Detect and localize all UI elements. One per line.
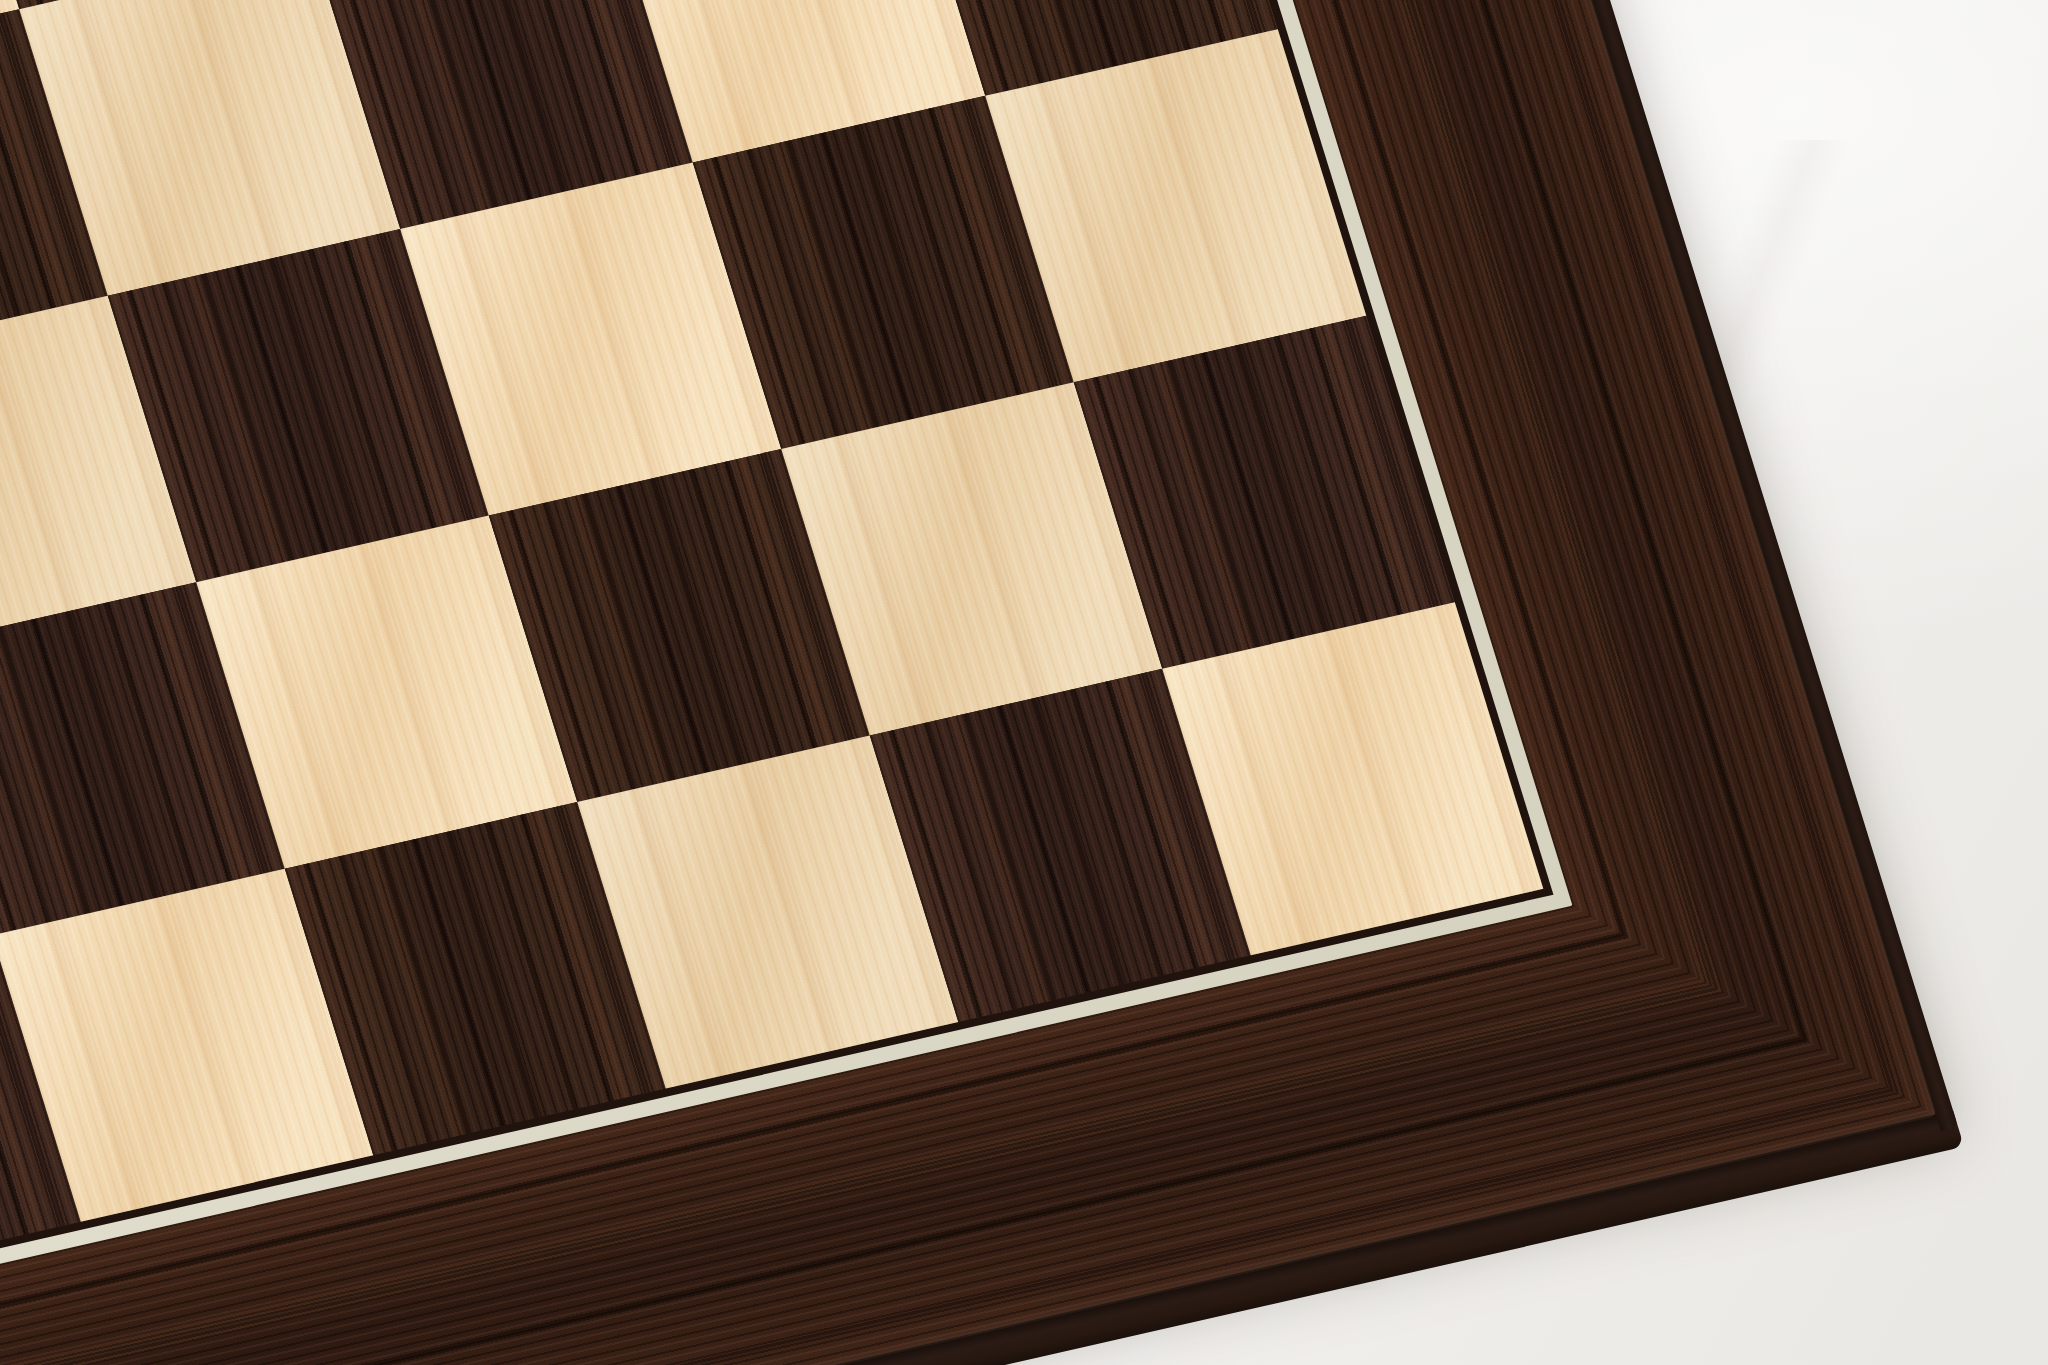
- chess-board: [0, 0, 1937, 1365]
- product-photo: [0, 0, 2048, 1365]
